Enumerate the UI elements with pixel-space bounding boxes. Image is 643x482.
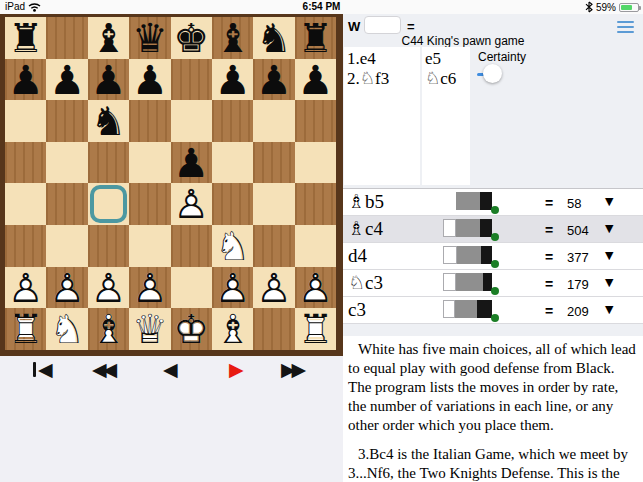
move-list-black-column[interactable]: e5♘c6 xyxy=(422,47,470,185)
white-queen-d1[interactable]: ♛♕ xyxy=(129,308,170,350)
move-black-1[interactable]: e5 xyxy=(425,49,470,69)
black-pawn-f7[interactable]: ♟ xyxy=(212,59,253,101)
chess-board[interactable]: ♜♝♛♚♝♞♜♟♟♟♟♟♟♟♞♟♟♙♞♘♟♙♟♙♟♙♟♙♟♙♟♙♟♙♜♖♞♘♝♗… xyxy=(5,17,336,350)
square-f2[interactable]: ♟♙ xyxy=(212,267,253,309)
green-dot-indicator xyxy=(491,287,499,295)
square-e7[interactable] xyxy=(171,59,212,101)
square-e5[interactable]: ♟ xyxy=(171,142,212,184)
note-paragraph-2: 3.Bc4 is the Italian Game, which we meet… xyxy=(348,445,637,482)
fast-forward-button[interactable]: ▶▶ xyxy=(281,358,302,380)
clock: 6:54 PM xyxy=(0,1,643,12)
black-pawn-d7[interactable]: ♟ xyxy=(129,59,170,101)
white-rook-h1[interactable]: ♜♖ xyxy=(295,308,336,350)
slider-thumb[interactable] xyxy=(483,64,502,83)
white-pawn-d2[interactable]: ♟♙ xyxy=(129,267,170,309)
square-b4[interactable] xyxy=(46,183,87,225)
variation-count: 377 xyxy=(567,250,589,265)
expand-arrow-icon[interactable]: ▼ xyxy=(605,195,613,208)
move-white-2[interactable]: 2.♘f3 xyxy=(347,69,420,89)
square-h1[interactable]: ♜♖ xyxy=(295,308,336,350)
square-d6[interactable] xyxy=(129,100,170,142)
square-g3[interactable] xyxy=(253,225,294,267)
candidate-move-label: ♗c4 xyxy=(348,217,383,241)
result-stats-bar xyxy=(443,273,492,291)
move-list-white-column[interactable]: 1.e42.♘f3 xyxy=(344,47,420,185)
black-pawn-g7[interactable]: ♟ xyxy=(253,59,294,101)
white-pawn-g2[interactable]: ♟♙ xyxy=(253,267,294,309)
square-f1[interactable]: ♝♗ xyxy=(212,308,253,350)
black-rook-h8[interactable]: ♜ xyxy=(295,17,336,59)
square-d5[interactable] xyxy=(129,142,170,184)
white-pawn-e4[interactable]: ♟♙ xyxy=(171,183,212,225)
forward-button[interactable]: ▶ xyxy=(229,358,240,380)
square-b5[interactable] xyxy=(46,142,87,184)
square-f4[interactable] xyxy=(212,183,253,225)
back-button[interactable]: ◀ xyxy=(163,358,174,380)
white-king-e1[interactable]: ♚♔ xyxy=(171,308,212,350)
black-knight-g8[interactable]: ♞ xyxy=(253,17,294,59)
square-b2[interactable]: ♟♙ xyxy=(46,267,87,309)
square-a4[interactable] xyxy=(5,183,46,225)
green-dot-indicator xyxy=(491,206,499,214)
evaluation-symbol: = xyxy=(407,19,415,34)
square-g2[interactable]: ♟♙ xyxy=(253,267,294,309)
candidate-eval-symbol: = xyxy=(545,276,553,292)
square-a2[interactable]: ♟♙ xyxy=(5,267,46,309)
square-h8[interactable]: ♜ xyxy=(295,17,336,59)
certainty-label: Certainty xyxy=(478,50,526,64)
square-c5[interactable] xyxy=(88,142,129,184)
square-f8[interactable]: ♝ xyxy=(212,17,253,59)
white-pawn-a2[interactable]: ♟♙ xyxy=(5,267,46,309)
square-g8[interactable]: ♞ xyxy=(253,17,294,59)
square-f6[interactable] xyxy=(212,100,253,142)
result-stats-bar xyxy=(443,246,492,264)
battery-icon xyxy=(619,3,639,12)
expand-arrow-icon[interactable]: ▼ xyxy=(605,276,613,289)
square-a5[interactable] xyxy=(5,142,46,184)
black-bishop-f8[interactable]: ♝ xyxy=(212,17,253,59)
note-paragraph-1: White has five main choices, all of whic… xyxy=(348,340,637,435)
square-a6[interactable] xyxy=(5,100,46,142)
square-f7[interactable]: ♟ xyxy=(212,59,253,101)
black-king-e8[interactable]: ♚ xyxy=(171,17,212,59)
black-knight-c6[interactable]: ♞ xyxy=(88,100,129,142)
expand-arrow-icon[interactable]: ▼ xyxy=(605,303,613,316)
expand-arrow-icon[interactable]: ▼ xyxy=(605,222,613,235)
square-h4[interactable] xyxy=(295,183,336,225)
white-pawn-c2[interactable]: ♟♙ xyxy=(88,267,129,309)
chess-board-frame: ♜♝♛♚♝♞♜♟♟♟♟♟♟♟♞♟♟♙♞♘♟♙♟♙♟♙♟♙♟♙♟♙♟♙♜♖♞♘♝♗… xyxy=(0,14,343,356)
candidate-move-label: d4 xyxy=(348,244,367,268)
square-e6[interactable] xyxy=(171,100,212,142)
square-f5[interactable] xyxy=(212,142,253,184)
square-d4[interactable] xyxy=(129,183,170,225)
battery-percent: 59% xyxy=(596,2,616,13)
square-b3[interactable] xyxy=(46,225,87,267)
square-d7[interactable]: ♟ xyxy=(129,59,170,101)
square-e2[interactable] xyxy=(171,267,212,309)
square-h3[interactable] xyxy=(295,225,336,267)
square-b8[interactable] xyxy=(46,17,87,59)
square-c1[interactable]: ♝♗ xyxy=(88,308,129,350)
candidate-move-label: ♘c3 xyxy=(348,271,383,295)
move-black-2[interactable]: ♘c6 xyxy=(425,69,470,89)
square-d2[interactable]: ♟♙ xyxy=(129,267,170,309)
candidate-move-label: ♗b5 xyxy=(348,190,384,214)
candidate-row-c3[interactable]: c3=209▼ xyxy=(343,297,643,324)
navigation-bar: ◀◀◀◀▶▶▶ xyxy=(0,356,343,482)
square-e3[interactable] xyxy=(171,225,212,267)
square-c8[interactable]: ♝ xyxy=(88,17,129,59)
square-b1[interactable]: ♞♘ xyxy=(46,308,87,350)
status-bar: iPad 6:54 PM 59% xyxy=(0,0,643,14)
black-pawn-e5[interactable]: ♟ xyxy=(171,142,212,184)
result-stats-bar xyxy=(443,300,492,318)
white-pawn-f2[interactable]: ♟♙ xyxy=(212,267,253,309)
square-g5[interactable] xyxy=(253,142,294,184)
to-start-button[interactable]: ◀ xyxy=(33,358,49,380)
square-c7[interactable]: ♟ xyxy=(88,59,129,101)
expand-arrow-icon[interactable]: ▼ xyxy=(605,249,613,262)
fast-back-button[interactable]: ◀◀ xyxy=(92,358,113,380)
black-rook-a8[interactable]: ♜ xyxy=(5,17,46,59)
white-knight-f3[interactable]: ♞♘ xyxy=(212,225,253,267)
candidate-eval-symbol: = xyxy=(545,303,553,319)
side-to-move-label[interactable]: W xyxy=(348,19,360,34)
candidate-moves-list: ♗b5=58▼♗c4=504▼d4=377▼♘c3=179▼c3=209▼ xyxy=(343,188,643,324)
square-h6[interactable] xyxy=(295,100,336,142)
candidate-eval-symbol: = xyxy=(545,249,553,265)
square-e4[interactable]: ♟♙ xyxy=(171,183,212,225)
black-pawn-c7[interactable]: ♟ xyxy=(88,59,129,101)
square-f3[interactable]: ♞♘ xyxy=(212,225,253,267)
variation-count: 504 xyxy=(567,223,589,238)
square-a7[interactable]: ♟ xyxy=(5,59,46,101)
square-h5[interactable] xyxy=(295,142,336,184)
square-e1[interactable]: ♚♔ xyxy=(171,308,212,350)
green-dot-indicator xyxy=(491,314,499,322)
square-c4[interactable] xyxy=(88,183,129,225)
move-white-1[interactable]: 1.e4 xyxy=(347,49,420,69)
bluetooth-icon xyxy=(585,1,593,13)
candidate-row-d4[interactable]: d4=377▼ xyxy=(343,243,643,270)
move-entry-input[interactable] xyxy=(364,16,401,34)
hamburger-menu-icon[interactable] xyxy=(617,21,634,34)
square-g1[interactable] xyxy=(253,308,294,350)
certainty-slider[interactable] xyxy=(475,64,535,84)
square-c2[interactable]: ♟♙ xyxy=(88,267,129,309)
candidate-row-c3[interactable]: ♘c3=179▼ xyxy=(343,270,643,297)
white-pawn-h2[interactable]: ♟♙ xyxy=(295,267,336,309)
result-stats-bar xyxy=(443,219,492,237)
square-d1[interactable]: ♛♕ xyxy=(129,308,170,350)
result-stats-bar xyxy=(456,192,492,210)
square-g6[interactable] xyxy=(253,100,294,142)
square-b6[interactable] xyxy=(46,100,87,142)
square-c6[interactable]: ♞ xyxy=(88,100,129,142)
square-h2[interactable]: ♟♙ xyxy=(295,267,336,309)
variation-count: 209 xyxy=(567,304,589,319)
candidate-row-b5[interactable]: ♗b5=58▼ xyxy=(343,189,643,216)
white-bishop-f1[interactable]: ♝♗ xyxy=(212,308,253,350)
white-rook-a1[interactable]: ♜♖ xyxy=(5,308,46,350)
opening-notes: White has five main choices, all of whic… xyxy=(343,336,643,482)
candidate-move-label: c3 xyxy=(348,298,366,322)
square-a3[interactable] xyxy=(5,225,46,267)
black-pawn-a7[interactable]: ♟ xyxy=(5,59,46,101)
square-a8[interactable]: ♜ xyxy=(5,17,46,59)
square-e8[interactable]: ♚ xyxy=(171,17,212,59)
square-a1[interactable]: ♜♖ xyxy=(5,308,46,350)
square-g7[interactable]: ♟ xyxy=(253,59,294,101)
green-dot-indicator xyxy=(491,233,499,241)
white-bishop-c1[interactable]: ♝♗ xyxy=(88,308,129,350)
variation-count: 58 xyxy=(567,196,581,211)
highlight-square xyxy=(90,185,127,223)
square-d8[interactable]: ♛ xyxy=(129,17,170,59)
square-b7[interactable]: ♟ xyxy=(46,59,87,101)
candidate-row-c4[interactable]: ♗c4=504▼ xyxy=(343,216,643,243)
variation-count: 179 xyxy=(567,277,589,292)
analysis-panel: W = C44 King's pawn game 1.e42.♘f3 e5♘c6… xyxy=(343,14,643,482)
square-c3[interactable] xyxy=(88,225,129,267)
square-h7[interactable]: ♟ xyxy=(295,59,336,101)
square-d3[interactable] xyxy=(129,225,170,267)
white-knight-b1[interactable]: ♞♘ xyxy=(46,308,87,350)
white-pawn-b2[interactable]: ♟♙ xyxy=(46,267,87,309)
black-queen-d8[interactable]: ♛ xyxy=(129,17,170,59)
square-g4[interactable] xyxy=(253,183,294,225)
opening-name: C44 King's pawn game xyxy=(363,34,563,48)
black-pawn-h7[interactable]: ♟ xyxy=(295,59,336,101)
black-bishop-c8[interactable]: ♝ xyxy=(88,17,129,59)
candidate-eval-symbol: = xyxy=(545,195,553,211)
candidate-eval-symbol: = xyxy=(545,222,553,238)
green-dot-indicator xyxy=(491,260,499,268)
black-pawn-b7[interactable]: ♟ xyxy=(46,59,87,101)
